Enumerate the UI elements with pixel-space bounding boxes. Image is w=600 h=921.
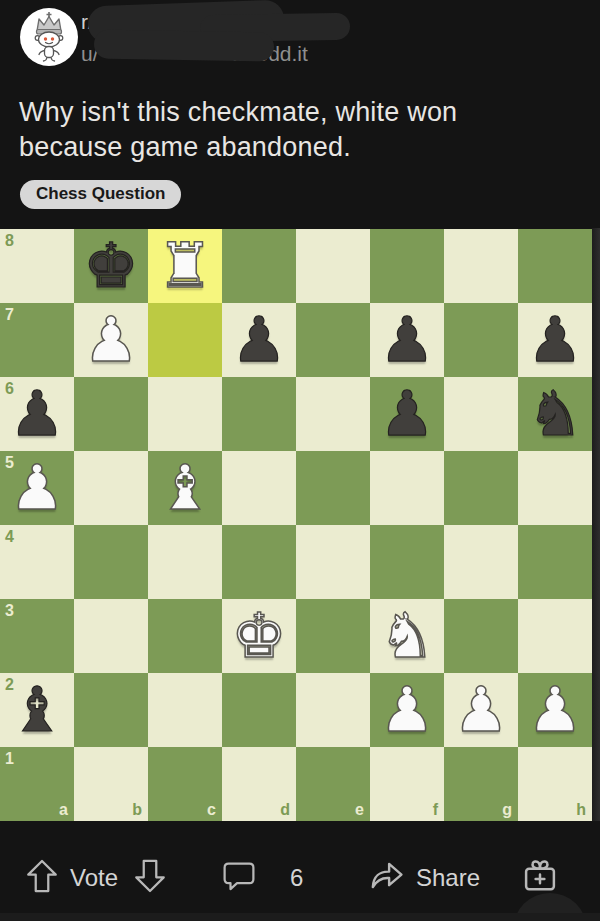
square-a8: 8	[0, 229, 74, 303]
white-pawn-b7: ♟	[74, 303, 148, 377]
white-pawn-g2: ♟	[444, 673, 518, 747]
white-king-d3: ♚	[222, 599, 296, 673]
square-e7	[296, 303, 370, 377]
square-a7: 7	[0, 303, 74, 377]
square-f1: f	[370, 747, 444, 821]
comment-bubble-icon	[222, 860, 256, 892]
square-g6	[444, 377, 518, 451]
square-c5: ♝	[148, 451, 222, 525]
square-b8: ♚	[74, 229, 148, 303]
square-h3	[518, 599, 592, 673]
downvote-arrow-icon	[134, 858, 166, 894]
white-pawn-h2: ♟	[518, 673, 592, 747]
square-b5	[74, 451, 148, 525]
square-h6: ♞	[518, 377, 592, 451]
file-label-c: c	[207, 801, 216, 819]
file-label-d: d	[280, 801, 290, 819]
rank-label-3: 3	[5, 602, 14, 620]
square-c6	[148, 377, 222, 451]
file-label-e: e	[355, 801, 364, 819]
snoo-crown-icon	[22, 10, 76, 64]
chess-board: 8♚♜7♟♟♟♟6♟♟♞5♟♝43♚♞2♝♟♟♟1abcdefgh	[0, 229, 592, 821]
white-bishop-c5: ♝	[148, 451, 222, 525]
square-c2	[148, 673, 222, 747]
white-knight-f3: ♞	[370, 599, 444, 673]
post-title: Why isn't this checkmate, white won beca…	[19, 95, 547, 165]
rank-label-6: 6	[5, 380, 14, 398]
comment-count: 6	[290, 864, 303, 892]
rank-label-1: 1	[5, 750, 14, 768]
black-pawn-f6: ♟	[370, 377, 444, 451]
flair-chip[interactable]: Chess Question	[20, 180, 181, 209]
downvote-button[interactable]	[134, 858, 166, 898]
black-pawn-f7: ♟	[370, 303, 444, 377]
black-pawn-h7: ♟	[518, 303, 592, 377]
upvote-arrow-icon	[26, 858, 58, 894]
action-bar: Vote 6 Share	[0, 846, 600, 913]
square-g1: g	[444, 747, 518, 821]
rank-label-2: 2	[5, 676, 14, 694]
redaction-scribble	[94, 29, 274, 61]
square-d8	[222, 229, 296, 303]
white-rook-c8: ♜	[148, 229, 222, 303]
square-g8	[444, 229, 518, 303]
square-a5: 5♟	[0, 451, 74, 525]
footer-divider	[0, 913, 600, 921]
square-h8	[518, 229, 592, 303]
square-f3: ♞	[370, 599, 444, 673]
square-e6	[296, 377, 370, 451]
square-g3	[444, 599, 518, 673]
black-knight-h6: ♞	[518, 377, 592, 451]
square-e2	[296, 673, 370, 747]
rank-label-4: 4	[5, 528, 14, 546]
square-a2: 2♝	[0, 673, 74, 747]
square-c8: ♜	[148, 229, 222, 303]
square-e1: e	[296, 747, 370, 821]
square-b6	[74, 377, 148, 451]
square-a3: 3	[0, 599, 74, 673]
square-b2	[74, 673, 148, 747]
gift-award-icon	[521, 856, 559, 896]
square-c1: c	[148, 747, 222, 821]
square-e4	[296, 525, 370, 599]
square-f4	[370, 525, 444, 599]
square-b1: b	[74, 747, 148, 821]
rank-label-5: 5	[5, 454, 14, 472]
square-h2: ♟	[518, 673, 592, 747]
square-h7: ♟	[518, 303, 592, 377]
square-h4	[518, 525, 592, 599]
square-d1: d	[222, 747, 296, 821]
share-button[interactable]	[368, 859, 406, 897]
rank-label-7: 7	[5, 306, 14, 324]
file-label-f: f	[433, 801, 438, 819]
square-c3	[148, 599, 222, 673]
board-edge-strip	[592, 228, 600, 821]
square-f6: ♟	[370, 377, 444, 451]
avatar[interactable]	[20, 8, 78, 66]
square-f8	[370, 229, 444, 303]
square-e5	[296, 451, 370, 525]
square-e3	[296, 599, 370, 673]
share-arrow-icon	[368, 859, 406, 893]
square-e8	[296, 229, 370, 303]
black-king-b8: ♚	[74, 229, 148, 303]
square-a1: 1a	[0, 747, 74, 821]
rank-label-8: 8	[5, 232, 14, 250]
share-label: Share	[416, 864, 480, 892]
square-g4	[444, 525, 518, 599]
square-c4	[148, 525, 222, 599]
file-label-g: g	[502, 801, 512, 819]
square-b4	[74, 525, 148, 599]
square-b7: ♟	[74, 303, 148, 377]
upvote-button[interactable]	[26, 858, 58, 898]
square-c7	[148, 303, 222, 377]
square-d4	[222, 525, 296, 599]
square-d2	[222, 673, 296, 747]
square-b3	[74, 599, 148, 673]
square-a6: 6♟	[0, 377, 74, 451]
square-a4: 4	[0, 525, 74, 599]
file-label-b: b	[132, 801, 142, 819]
black-pawn-d7: ♟	[222, 303, 296, 377]
square-d7: ♟	[222, 303, 296, 377]
square-d6	[222, 377, 296, 451]
square-h1: h	[518, 747, 592, 821]
square-g5	[444, 451, 518, 525]
square-f2: ♟	[370, 673, 444, 747]
vote-label: Vote	[70, 864, 118, 892]
square-h5	[518, 451, 592, 525]
post-image-board[interactable]: 8♚♜7♟♟♟♟6♟♟♞5♟♝43♚♞2♝♟♟♟1abcdefgh	[0, 228, 600, 821]
square-g7	[444, 303, 518, 377]
square-d5	[222, 451, 296, 525]
square-f5	[370, 451, 444, 525]
file-label-a: a	[59, 801, 68, 819]
square-f7: ♟	[370, 303, 444, 377]
white-pawn-f2: ♟	[370, 673, 444, 747]
comments-button[interactable]	[222, 860, 256, 896]
square-d3: ♚	[222, 599, 296, 673]
file-label-h: h	[576, 801, 586, 819]
square-g2: ♟	[444, 673, 518, 747]
